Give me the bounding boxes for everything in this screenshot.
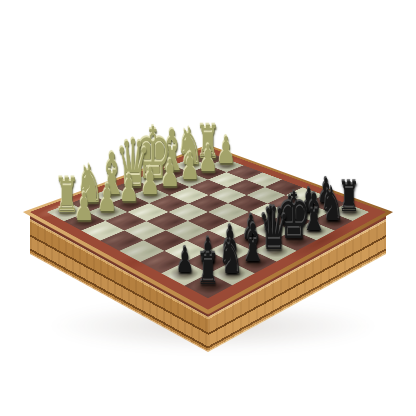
green-white-pawn-f2: ♟: [180, 148, 200, 185]
green-white-pawn-g2: ♟: [198, 140, 218, 177]
green-white-pawn-a2: ♟: [74, 188, 95, 226]
green-white-pawn-b2: ♟: [97, 179, 117, 217]
green-white-pawn-c2: ♟: [119, 171, 139, 209]
product-photo-scene: ♜♞♝♛♚♝♞♜♟♟♟♟♟♟♟♟♟♟♟♟♟♟♟♟♜♞♝♛♚♝♞♜: [0, 0, 416, 416]
green-white-pawn-d2: ♟: [140, 163, 160, 201]
black-pawn-a7: ♟: [175, 244, 194, 278]
green-white-pawn-h2: ♟: [216, 134, 236, 171]
green-white-pawn-e2: ♟: [160, 155, 180, 192]
black-rook-a8: ♜: [196, 249, 219, 292]
black-knight-b8: ♞: [219, 233, 244, 280]
